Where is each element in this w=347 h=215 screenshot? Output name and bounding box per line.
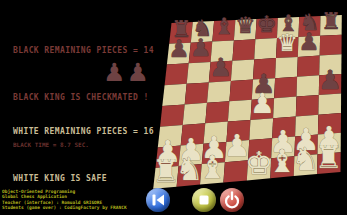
black-piece[interactable]: ♝ bbox=[214, 13, 234, 39]
black-piece[interactable]: ♛ bbox=[235, 12, 255, 38]
board-square[interactable] bbox=[228, 100, 252, 122]
black-piece[interactable]: ♟ bbox=[209, 53, 232, 82]
board-square[interactable] bbox=[207, 81, 231, 103]
board-square[interactable] bbox=[162, 84, 186, 106]
restart-button[interactable] bbox=[146, 188, 170, 212]
board-square[interactable] bbox=[165, 63, 189, 85]
board-square[interactable] bbox=[205, 101, 229, 123]
black-piece[interactable]: ♟ bbox=[168, 35, 189, 63]
power-button[interactable] bbox=[220, 188, 244, 212]
chess-app-window: BLACK REMAINING PIECES = 14 BLACK KING I… bbox=[0, 0, 347, 215]
board-square[interactable] bbox=[185, 82, 209, 104]
board-square[interactable] bbox=[297, 75, 320, 96]
black-piece[interactable]: ♟ bbox=[190, 34, 211, 62]
white-piece[interactable]: ♝ bbox=[198, 149, 226, 185]
board-square[interactable] bbox=[232, 39, 255, 60]
white-piece[interactable]: ♛ bbox=[277, 29, 298, 57]
board-square[interactable] bbox=[273, 97, 296, 119]
board-square[interactable] bbox=[275, 57, 298, 78]
power-icon bbox=[220, 188, 244, 212]
board-square[interactable] bbox=[296, 95, 319, 116]
black-piece[interactable]: ♟ bbox=[298, 28, 319, 56]
board-square[interactable] bbox=[183, 103, 207, 125]
black-piece[interactable]: ♟ bbox=[318, 64, 342, 95]
chess-board[interactable]: ♜♞♝♛♚♝♞♜♟♟♛♟♟♟♟♟♟♟♟♟♟♟♟♜♞♝♚♝♞♜ bbox=[0, 0, 347, 215]
board-square[interactable] bbox=[254, 38, 277, 59]
board-square[interactable] bbox=[320, 35, 342, 56]
board-square[interactable] bbox=[274, 77, 297, 99]
skip-to-start-icon bbox=[146, 188, 170, 212]
stop-button[interactable] bbox=[192, 188, 216, 212]
stop-icon bbox=[192, 188, 216, 212]
black-piece[interactable]: ♜ bbox=[321, 8, 341, 34]
board-square[interactable] bbox=[160, 104, 185, 126]
board-square[interactable] bbox=[297, 56, 320, 77]
board-square[interactable] bbox=[187, 62, 211, 84]
black-piece[interactable]: ♚ bbox=[257, 11, 277, 37]
white-piece[interactable]: ♟ bbox=[250, 87, 275, 120]
white-piece[interactable]: ♜ bbox=[315, 139, 343, 175]
board-square[interactable] bbox=[318, 94, 341, 115]
